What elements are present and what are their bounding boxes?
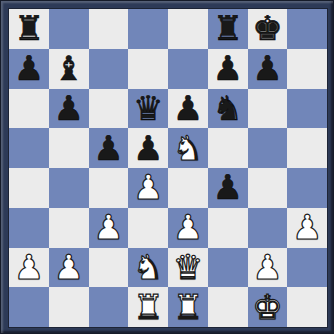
piece-black-pawn: ♟ bbox=[133, 129, 163, 168]
piece-white-pawn: ♟ bbox=[53, 248, 83, 287]
square-c5[interactable]: ♟ bbox=[89, 128, 129, 168]
piece-black-pawn: ♟ bbox=[212, 168, 242, 207]
square-b8[interactable] bbox=[49, 9, 89, 49]
square-e5[interactable]: ♞ bbox=[168, 128, 208, 168]
square-h4[interactable] bbox=[287, 168, 327, 208]
square-f2[interactable] bbox=[208, 248, 248, 288]
piece-black-pawn: ♟ bbox=[53, 89, 83, 128]
square-f8[interactable]: ♜ bbox=[208, 9, 248, 49]
square-e2[interactable]: ♛ bbox=[168, 248, 208, 288]
square-b1[interactable] bbox=[49, 287, 89, 327]
square-h3[interactable]: ♟ bbox=[287, 208, 327, 248]
square-h6[interactable] bbox=[287, 89, 327, 129]
piece-black-pawn: ♟ bbox=[14, 49, 44, 88]
square-b5[interactable] bbox=[49, 128, 89, 168]
square-c6[interactable] bbox=[89, 89, 129, 129]
piece-black-rook: ♜ bbox=[212, 9, 242, 48]
square-b3[interactable] bbox=[49, 208, 89, 248]
piece-black-knight: ♞ bbox=[212, 89, 242, 128]
square-e6[interactable]: ♟ bbox=[168, 89, 208, 129]
square-a3[interactable] bbox=[9, 208, 49, 248]
square-e1[interactable]: ♜ bbox=[168, 287, 208, 327]
square-d6[interactable]: ♛ bbox=[128, 89, 168, 129]
square-f7[interactable]: ♟ bbox=[208, 49, 248, 89]
square-e4[interactable] bbox=[168, 168, 208, 208]
square-h7[interactable] bbox=[287, 49, 327, 89]
square-d3[interactable] bbox=[128, 208, 168, 248]
square-f1[interactable] bbox=[208, 287, 248, 327]
square-g1[interactable]: ♚ bbox=[248, 287, 288, 327]
piece-white-knight: ♞ bbox=[173, 129, 203, 168]
piece-white-pawn: ♟ bbox=[292, 208, 322, 247]
square-f5[interactable] bbox=[208, 128, 248, 168]
piece-black-pawn: ♟ bbox=[212, 49, 242, 88]
square-d7[interactable] bbox=[128, 49, 168, 89]
piece-black-rook: ♜ bbox=[14, 9, 44, 48]
square-b7[interactable]: ♝ bbox=[49, 49, 89, 89]
square-c7[interactable] bbox=[89, 49, 129, 89]
square-g8[interactable]: ♚ bbox=[248, 9, 288, 49]
square-g3[interactable] bbox=[248, 208, 288, 248]
square-c4[interactable] bbox=[89, 168, 129, 208]
piece-white-pawn: ♟ bbox=[133, 168, 163, 207]
piece-black-pawn: ♟ bbox=[173, 89, 203, 128]
square-g2[interactable]: ♟ bbox=[248, 248, 288, 288]
piece-white-queen: ♛ bbox=[173, 248, 203, 287]
square-e3[interactable]: ♟ bbox=[168, 208, 208, 248]
piece-black-pawn: ♟ bbox=[93, 129, 123, 168]
square-g5[interactable] bbox=[248, 128, 288, 168]
square-c3[interactable]: ♟ bbox=[89, 208, 129, 248]
piece-white-pawn: ♟ bbox=[93, 208, 123, 247]
square-e7[interactable] bbox=[168, 49, 208, 89]
board-frame: ♜♜♚♟♝♟♟♟♛♟♞♟♟♞♟♟♟♟♟♟♟♞♛♟♜♜♚ bbox=[0, 0, 334, 334]
square-a6[interactable] bbox=[9, 89, 49, 129]
square-a7[interactable]: ♟ bbox=[9, 49, 49, 89]
square-d2[interactable]: ♞ bbox=[128, 248, 168, 288]
square-d5[interactable]: ♟ bbox=[128, 128, 168, 168]
square-g4[interactable] bbox=[248, 168, 288, 208]
piece-white-king: ♚ bbox=[252, 288, 282, 327]
piece-white-knight: ♞ bbox=[133, 248, 163, 287]
square-c1[interactable] bbox=[89, 287, 129, 327]
square-g6[interactable] bbox=[248, 89, 288, 129]
square-a4[interactable] bbox=[9, 168, 49, 208]
square-h5[interactable] bbox=[287, 128, 327, 168]
piece-white-rook: ♜ bbox=[133, 288, 163, 327]
square-c2[interactable] bbox=[89, 248, 129, 288]
square-a5[interactable] bbox=[9, 128, 49, 168]
piece-black-pawn: ♟ bbox=[252, 49, 282, 88]
square-b4[interactable] bbox=[49, 168, 89, 208]
piece-black-bishop: ♝ bbox=[53, 49, 83, 88]
square-a2[interactable]: ♟ bbox=[9, 248, 49, 288]
piece-white-pawn: ♟ bbox=[252, 248, 282, 287]
square-a8[interactable]: ♜ bbox=[9, 9, 49, 49]
square-b2[interactable]: ♟ bbox=[49, 248, 89, 288]
piece-white-pawn: ♟ bbox=[14, 248, 44, 287]
square-d1[interactable]: ♜ bbox=[128, 287, 168, 327]
piece-black-queen: ♛ bbox=[133, 89, 163, 128]
square-d4[interactable]: ♟ bbox=[128, 168, 168, 208]
square-h8[interactable] bbox=[287, 9, 327, 49]
square-e8[interactable] bbox=[168, 9, 208, 49]
square-g7[interactable]: ♟ bbox=[248, 49, 288, 89]
square-b6[interactable]: ♟ bbox=[49, 89, 89, 129]
square-f4[interactable]: ♟ bbox=[208, 168, 248, 208]
square-a1[interactable] bbox=[9, 287, 49, 327]
piece-black-king: ♚ bbox=[252, 9, 282, 48]
piece-white-rook: ♜ bbox=[173, 288, 203, 327]
piece-white-pawn: ♟ bbox=[173, 208, 203, 247]
chess-board: ♜♜♚♟♝♟♟♟♛♟♞♟♟♞♟♟♟♟♟♟♟♞♛♟♜♜♚ bbox=[9, 9, 327, 327]
square-d8[interactable] bbox=[128, 9, 168, 49]
square-c8[interactable] bbox=[89, 9, 129, 49]
square-f3[interactable] bbox=[208, 208, 248, 248]
square-h1[interactable] bbox=[287, 287, 327, 327]
square-h2[interactable] bbox=[287, 248, 327, 288]
square-f6[interactable]: ♞ bbox=[208, 89, 248, 129]
